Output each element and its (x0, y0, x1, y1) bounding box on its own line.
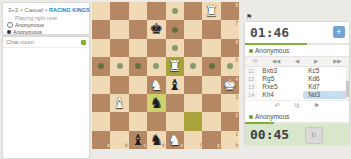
opponent-time: 01:46 (245, 25, 289, 40)
white-player-name: Anonymous (15, 22, 44, 28)
legal-move-dot[interactable] (209, 63, 215, 69)
white-bishop-b3[interactable]: ♝ (110, 94, 128, 112)
legal-move-dot[interactable] (172, 8, 178, 14)
draw-offer-button[interactable]: ½ (294, 101, 299, 111)
square-e3[interactable] (166, 94, 184, 112)
square-e7[interactable] (166, 20, 184, 38)
file-label-f: f (200, 143, 202, 148)
square-a2[interactable] (92, 112, 110, 130)
file-label-b: b (125, 143, 128, 148)
resign-button[interactable]: ⚑ (314, 101, 320, 111)
square-c7[interactable] (129, 20, 147, 38)
square-h8[interactable]: 8 (221, 2, 239, 20)
move-row-11: 11Bxb3Kc5 (245, 67, 349, 75)
square-f1[interactable]: f (184, 131, 202, 149)
square-g3[interactable] (202, 94, 220, 112)
chess-board[interactable]: ♜8♚76♜5♞♝♚4♝♞32ab♝c♞d♞efg1h (92, 2, 239, 149)
square-a6[interactable] (92, 39, 110, 57)
square-d2[interactable] (147, 112, 165, 130)
square-e4[interactable]: ♝ (166, 76, 184, 94)
rank-label-3: 3 (236, 95, 239, 100)
square-g8[interactable]: ♜ (202, 2, 220, 20)
square-d3[interactable]: ♞ (147, 94, 165, 112)
game-page: 3+3 • Casual • RACING KINGS Playing righ… (0, 0, 351, 159)
square-f4[interactable] (184, 76, 202, 94)
black-move[interactable]: Kc5 (303, 67, 349, 75)
white-piece-icon (7, 22, 13, 28)
square-d7[interactable]: ♚ (147, 20, 165, 38)
legal-move-dot[interactable] (172, 45, 178, 51)
move-number: 13 (245, 83, 257, 91)
file-label-h: h (235, 143, 238, 148)
chat-toggle[interactable] (81, 40, 86, 45)
prev-move-button[interactable]: ◀ (295, 57, 299, 66)
file-label-a: a (107, 143, 110, 148)
black-move[interactable]: Kd7 (303, 83, 349, 91)
white-move[interactable]: Kh4 (257, 91, 303, 99)
black-player-line: Anonymous (3, 28, 89, 35)
white-knight-d4[interactable]: ♞ (147, 76, 165, 94)
file-label-c: c (144, 143, 147, 148)
square-f2[interactable] (184, 112, 202, 130)
square-g1[interactable]: g (202, 131, 220, 149)
square-d6[interactable] (147, 39, 165, 57)
square-c2[interactable] (129, 112, 147, 130)
square-f5[interactable] (184, 57, 202, 75)
move-number: 14 (245, 91, 257, 99)
move-row-14: 14Kh4Nd3 (245, 91, 349, 99)
white-rook-g8[interactable]: ♜ (202, 2, 220, 20)
square-h7[interactable]: 7 (221, 20, 239, 38)
square-f6[interactable] (184, 39, 202, 57)
replay-icon[interactable]: ⟲ (252, 57, 257, 66)
legal-move-dot[interactable] (98, 63, 104, 69)
rank-label-8: 8 (236, 3, 239, 8)
give-more-time-button[interactable]: + (333, 26, 345, 38)
first-move-button[interactable]: ◀◀ (272, 57, 280, 66)
square-h4[interactable]: ♚4 (221, 76, 239, 94)
square-a3[interactable] (92, 94, 110, 112)
player-name: Anonymous (255, 113, 289, 120)
black-bishop-e4[interactable]: ♝ (166, 76, 184, 94)
square-e8[interactable] (166, 2, 184, 20)
square-b2[interactable] (110, 112, 128, 130)
square-h3[interactable]: 3 (221, 94, 239, 112)
square-b3[interactable]: ♝ (110, 94, 128, 112)
legal-move-dot[interactable] (135, 63, 141, 69)
square-g6[interactable] (202, 39, 220, 57)
white-move[interactable]: Rg5 (257, 75, 303, 83)
black-knight-d3[interactable]: ♞ (147, 94, 165, 112)
square-h6[interactable]: 6 (221, 39, 239, 57)
square-f8[interactable] (184, 2, 202, 20)
square-d1[interactable]: ♞d (147, 131, 165, 149)
zen-button[interactable]: ⚐ (305, 127, 323, 144)
opponent-name: Anonymous (255, 47, 289, 54)
white-move[interactable]: Rxe5 (257, 83, 303, 91)
square-c3[interactable] (129, 94, 147, 112)
square-c1[interactable]: ♝c (129, 131, 147, 149)
opponent-clock: 01:46 + (245, 22, 349, 45)
game-info-card: 3+3 • Casual • RACING KINGS Playing righ… (2, 2, 90, 35)
chat-title: Chat room (6, 39, 34, 45)
square-a4[interactable] (92, 76, 110, 94)
file-label-g: g (217, 143, 220, 148)
time-control: 3+3 (8, 7, 18, 13)
game-status: Playing right now (3, 13, 89, 21)
next-move-button[interactable]: ▶ (314, 57, 318, 66)
square-g7[interactable] (202, 20, 220, 38)
rank-label-6: 6 (236, 40, 239, 45)
move-number: 12 (245, 75, 257, 83)
rank-label-2: 2 (236, 113, 239, 118)
square-a1[interactable]: a (92, 131, 110, 149)
square-e2[interactable] (166, 112, 184, 130)
square-b1[interactable]: b (110, 131, 128, 149)
game-actions-row: ↶½⚑ (245, 100, 349, 111)
legal-move-dot[interactable] (190, 63, 196, 69)
square-a5[interactable] (92, 57, 110, 75)
black-king-d7[interactable]: ♚ (147, 20, 165, 38)
square-f3[interactable] (184, 94, 202, 112)
square-d8[interactable] (147, 2, 165, 20)
variant-link[interactable]: RACING KINGS (49, 7, 90, 13)
file-label-d: d (162, 143, 165, 148)
move-list-scrollbar[interactable] (346, 67, 349, 100)
online-dot (249, 49, 253, 53)
move-number: 11 (245, 67, 257, 75)
square-b4[interactable] (110, 76, 128, 94)
square-c5[interactable] (129, 57, 147, 75)
rank-label-7: 7 (236, 21, 239, 26)
square-g2[interactable] (202, 112, 220, 130)
square-d5[interactable] (147, 57, 165, 75)
rank-label-1: 1 (236, 132, 239, 137)
square-c4[interactable] (129, 76, 147, 94)
legal-move-dot[interactable] (172, 27, 178, 33)
chat-header: Chat room (3, 37, 89, 48)
online-dot (249, 115, 253, 119)
white-rook-e5[interactable]: ♜ (166, 57, 184, 75)
legal-move-dot[interactable] (153, 63, 159, 69)
square-e5[interactable]: ♜ (166, 57, 184, 75)
square-g4[interactable] (202, 76, 220, 94)
rank-label-4: 4 (236, 77, 239, 82)
separator: • (20, 7, 22, 13)
move-row-12: 12Rg5Kd6 (245, 75, 349, 83)
opponent-name-row: Anonymous (245, 45, 349, 56)
square-e1[interactable]: ♞e (166, 131, 184, 149)
square-h2[interactable]: 2 (221, 112, 239, 130)
square-c8[interactable] (129, 2, 147, 20)
game-mode: Casual (24, 7, 43, 13)
file-label-e: e (180, 143, 183, 148)
player-clock: 00:45 ⚐ (245, 124, 349, 145)
white-player-line: Anonymous (3, 21, 89, 28)
flag-icon: ⚑ (246, 13, 252, 21)
square-a7[interactable] (92, 20, 110, 38)
square-c6[interactable] (129, 39, 147, 57)
square-f7[interactable] (184, 20, 202, 38)
square-a8[interactable] (92, 2, 110, 20)
black-player-name: Anonymous (13, 29, 42, 35)
scrollbar-thumb[interactable] (346, 81, 349, 97)
separator: • (45, 7, 47, 13)
square-e6[interactable] (166, 39, 184, 57)
move-row-13: 13Rxe5Kd7 (245, 83, 349, 91)
square-h1[interactable]: 1h (221, 131, 239, 149)
move-list[interactable]: 11Bxb3Kc512Rg5Kd613Rxe5Kd714Kh4Nd3 (245, 67, 349, 100)
square-b8[interactable] (110, 2, 128, 20)
player-time: 00:45 (245, 127, 289, 142)
rank-label-5: 5 (236, 58, 239, 63)
square-d4[interactable]: ♞ (147, 76, 165, 94)
square-b5[interactable] (110, 57, 128, 75)
move-nav-bar: ⟲◀◀◀▶▶▶ (245, 56, 349, 67)
black-move[interactable]: Kd6 (303, 75, 349, 83)
square-g5[interactable] (202, 57, 220, 75)
player-name-row: Anonymous (245, 111, 349, 122)
chat-panel: Chat room (2, 36, 90, 159)
legal-move-dot[interactable] (117, 63, 123, 69)
square-b7[interactable] (110, 20, 128, 38)
square-b6[interactable] (110, 39, 128, 57)
last-move-button[interactable]: ▶▶ (333, 57, 341, 66)
square-h5[interactable]: 5 (221, 57, 239, 75)
white-move[interactable]: Bxb3 (257, 67, 303, 75)
black-piece-icon (7, 30, 11, 34)
black-move[interactable]: Nd3 (303, 91, 349, 99)
takeback-button[interactable]: ↶ (275, 101, 280, 111)
game-meta-line: 3+3 • Casual • RACING KINGS (3, 3, 89, 13)
legal-move-dot[interactable] (227, 63, 233, 69)
round-panel: 01:46 + Anonymous ⟲◀◀◀▶▶▶ 11Bxb3Kc512Rg5… (244, 21, 350, 144)
